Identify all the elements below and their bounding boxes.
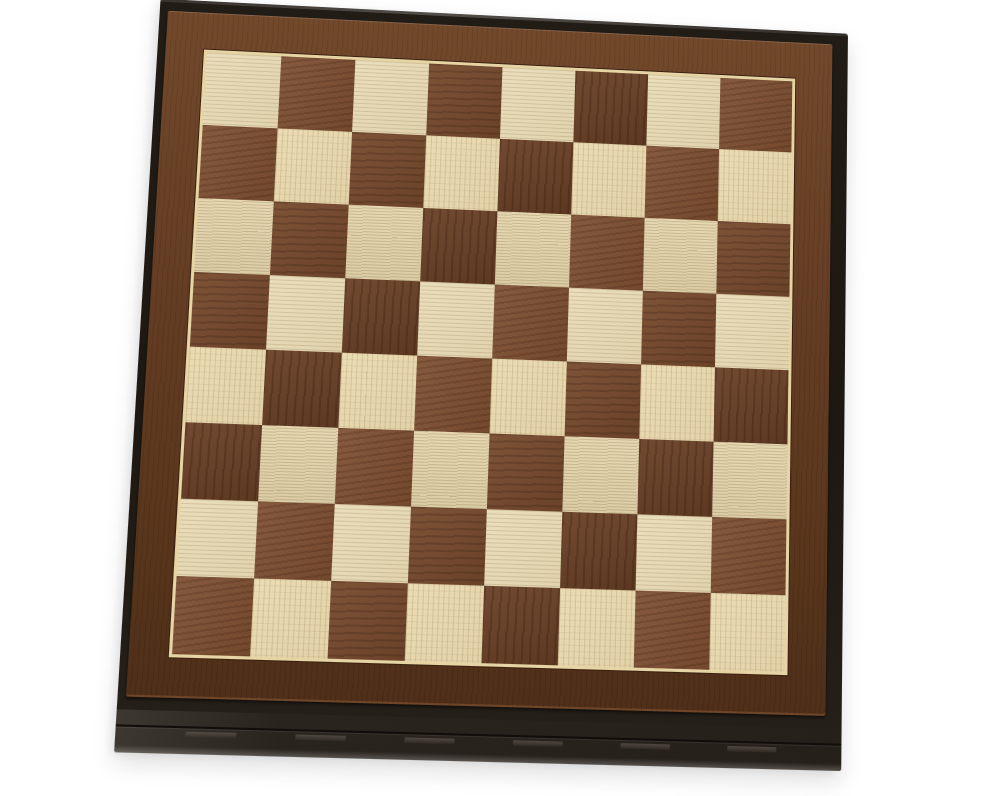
square-g8 <box>646 74 720 149</box>
square-c3 <box>335 428 414 507</box>
square-e8 <box>500 67 576 142</box>
square-g5 <box>641 291 716 368</box>
square-f3 <box>562 436 639 514</box>
square-d8 <box>426 64 502 139</box>
square-h8 <box>719 78 792 153</box>
square-a5 <box>190 272 270 350</box>
square-c1 <box>328 581 408 661</box>
square-b3 <box>258 425 338 504</box>
square-f7 <box>571 142 646 218</box>
square-b5 <box>266 275 345 353</box>
square-d7 <box>423 135 500 211</box>
square-h3 <box>712 442 787 520</box>
square-a1 <box>172 576 254 656</box>
square-e4 <box>490 359 567 437</box>
square-d5 <box>417 281 495 358</box>
square-e3 <box>487 433 565 511</box>
square-b4 <box>262 350 342 428</box>
square-g4 <box>639 364 715 441</box>
square-b8 <box>278 56 356 132</box>
square-e5 <box>492 284 569 361</box>
square-e2 <box>484 509 562 588</box>
square-e1 <box>481 586 560 666</box>
square-f2 <box>560 512 637 591</box>
square-d2 <box>408 507 487 586</box>
square-h7 <box>718 149 792 224</box>
square-g3 <box>637 439 713 517</box>
square-d6 <box>420 208 497 285</box>
square-h4 <box>714 367 789 444</box>
square-h2 <box>711 517 787 595</box>
square-h6 <box>716 221 790 297</box>
square-b6 <box>270 201 349 278</box>
chess-board-lid <box>126 11 832 716</box>
square-a8 <box>203 53 282 129</box>
square-a6 <box>194 198 274 275</box>
square-d3 <box>411 431 490 509</box>
joinery-slot <box>513 740 563 747</box>
square-a2 <box>177 499 259 579</box>
square-g7 <box>645 146 719 221</box>
square-d1 <box>405 583 484 663</box>
square-a4 <box>185 347 266 425</box>
square-g1 <box>634 591 711 670</box>
square-c8 <box>352 60 429 135</box>
square-g6 <box>643 218 718 294</box>
box-side-panel <box>114 709 841 771</box>
joinery-slot <box>185 732 236 739</box>
square-f5 <box>567 288 643 365</box>
square-g2 <box>636 514 713 593</box>
square-b2 <box>254 501 335 581</box>
square-b1 <box>250 578 331 658</box>
square-f4 <box>565 361 641 438</box>
square-b7 <box>274 128 352 204</box>
joinery-slot <box>404 737 454 744</box>
joinery-slot <box>727 746 776 753</box>
square-c6 <box>345 205 423 282</box>
product-photo-scene <box>146 10 846 750</box>
board-grid <box>169 50 796 676</box>
square-a7 <box>198 125 277 201</box>
square-c5 <box>342 278 420 355</box>
square-h5 <box>715 294 789 370</box>
joinery-slot <box>295 734 346 741</box>
chess-storage-box <box>114 0 848 771</box>
square-a3 <box>181 422 262 501</box>
square-f6 <box>569 215 645 291</box>
square-h1 <box>709 593 785 672</box>
square-e6 <box>495 211 571 287</box>
square-c4 <box>338 353 417 431</box>
square-f8 <box>573 71 648 146</box>
square-e7 <box>497 139 573 215</box>
square-d4 <box>414 356 492 434</box>
square-c2 <box>331 504 411 583</box>
square-c7 <box>349 132 427 208</box>
square-f1 <box>558 588 636 667</box>
joinery-slot <box>620 743 670 750</box>
